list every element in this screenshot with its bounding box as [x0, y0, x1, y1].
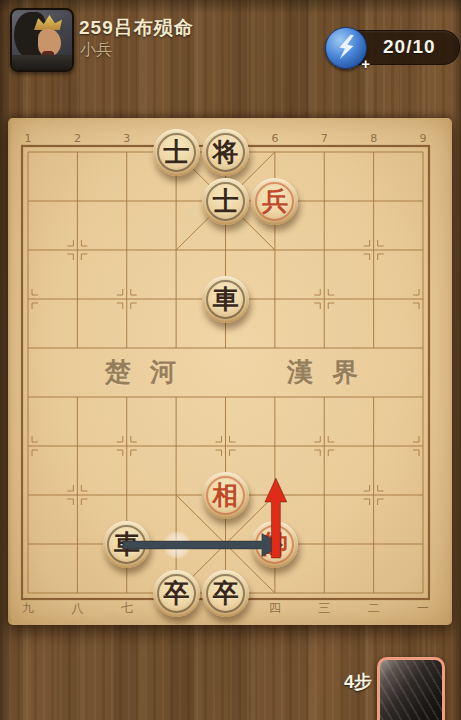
- rank-label-bottom-8: 二: [368, 601, 380, 615]
- rank-label-bottom-7: 三: [318, 601, 330, 615]
- file-label-top-6: 6: [271, 132, 278, 145]
- energy-counter[interactable]: + 20/10: [338, 30, 460, 65]
- lightning-plus-icon: +: [325, 27, 367, 69]
- piece-glyph: 士: [213, 188, 239, 214]
- energy-value: 20/10: [383, 36, 436, 58]
- file-label-top-9: 9: [420, 132, 427, 145]
- rank-label-bottom-6: 四: [269, 601, 281, 615]
- rank-label-bottom-3: 七: [121, 601, 133, 615]
- file-label-top-7: 7: [321, 132, 328, 145]
- puzzle-title: 259吕布殒命: [79, 15, 194, 41]
- file-label-top-8: 8: [370, 132, 377, 145]
- avatar-armor: [12, 55, 72, 70]
- piece-black-soldier-1[interactable]: 卒: [153, 570, 200, 617]
- app-screen: 259吕布殒命 小兵 + 20/10 123456789九八七六五四三二一 楚河…: [0, 0, 461, 720]
- piece-glyph: 帥: [262, 531, 288, 557]
- piece-red-soldier[interactable]: 兵: [251, 178, 298, 225]
- piece-black-chariot-1[interactable]: 車: [202, 276, 249, 323]
- piece-red-elephant[interactable]: 相: [202, 472, 249, 519]
- steps-counter: 4步: [344, 670, 372, 694]
- rank-label-bottom-9: 一: [417, 601, 429, 615]
- file-label-top-3: 3: [123, 132, 130, 145]
- river-label-chu-he: 楚河: [105, 355, 195, 390]
- river-label-han-jie: 漢界: [287, 355, 377, 390]
- piece-glyph: 車: [114, 531, 140, 557]
- rank-label-bottom-1: 九: [22, 601, 34, 615]
- piece-glyph: 将: [213, 139, 239, 165]
- file-label-top-2: 2: [74, 132, 81, 145]
- plus-icon: +: [361, 55, 370, 72]
- piece-black-general[interactable]: 将: [202, 129, 249, 176]
- piece-black-advisor-2[interactable]: 士: [202, 178, 249, 225]
- piece-glyph: 兵: [262, 188, 288, 214]
- piece-glyph: 卒: [213, 580, 239, 606]
- player-avatar[interactable]: [10, 8, 74, 72]
- piece-black-advisor-1[interactable]: 士: [153, 129, 200, 176]
- piece-black-soldier-2[interactable]: 卒: [202, 570, 249, 617]
- piece-black-chariot-2[interactable]: 車: [103, 521, 150, 568]
- piece-glyph: 士: [163, 139, 189, 165]
- file-label-top-1: 1: [25, 132, 32, 145]
- piece-glyph: 相: [213, 482, 239, 508]
- puzzle-thumbnail[interactable]: [377, 657, 445, 720]
- piece-red-general[interactable]: 帥: [251, 521, 298, 568]
- piece-glyph: 車: [213, 286, 239, 312]
- rank-label-bottom-2: 八: [71, 601, 83, 615]
- header: 259吕布殒命 小兵 + 20/10: [0, 0, 461, 110]
- piece-glyph: 卒: [163, 580, 189, 606]
- player-rank: 小兵: [80, 40, 112, 61]
